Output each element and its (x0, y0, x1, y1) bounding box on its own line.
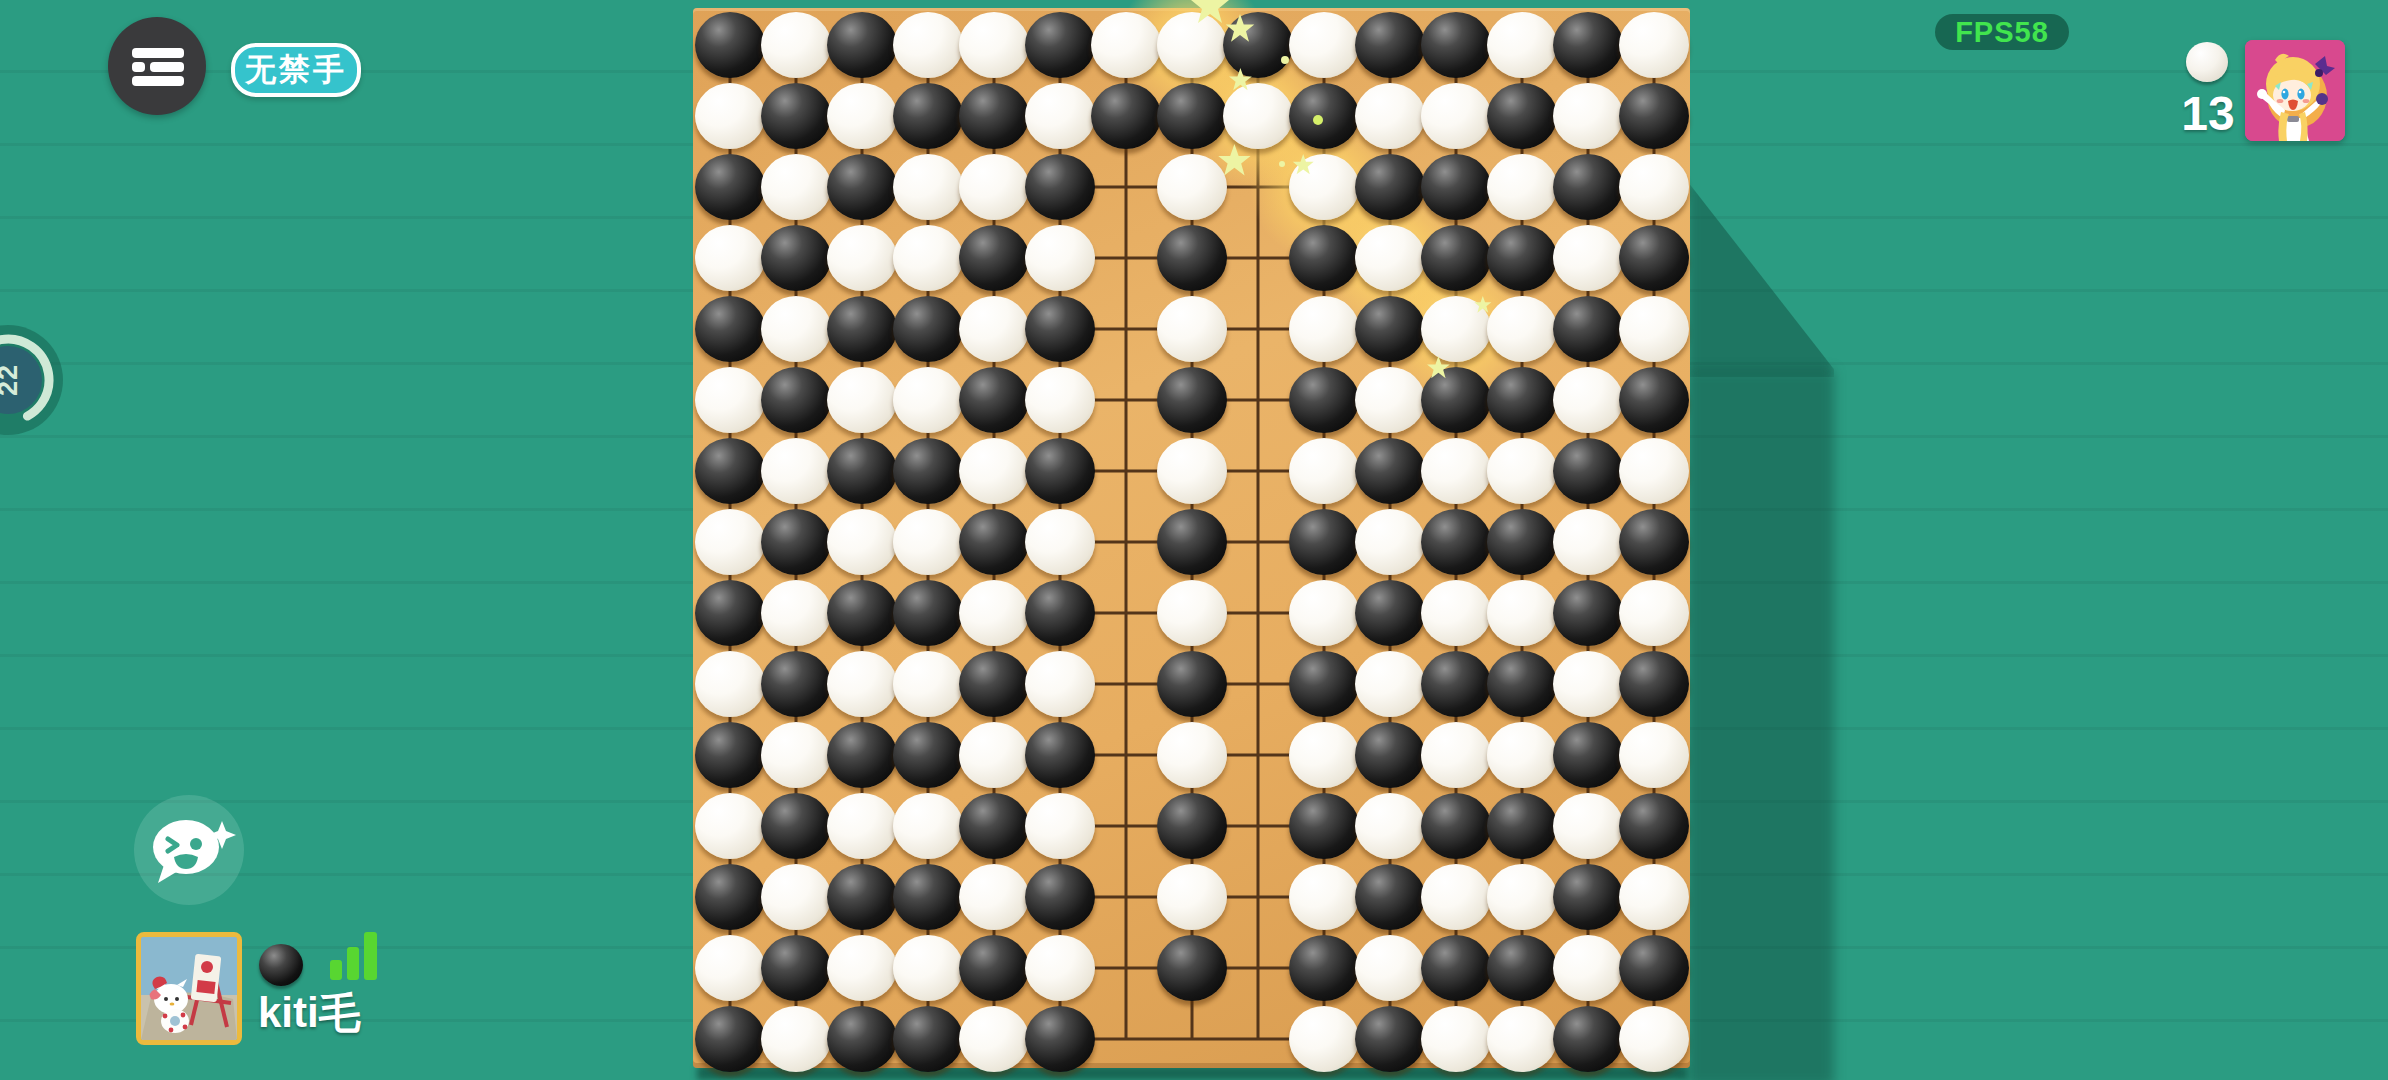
white-stone (893, 509, 963, 575)
signal-bars-icon (330, 960, 342, 980)
black-stone (827, 722, 897, 788)
black-stone (1025, 438, 1095, 504)
black-stone (761, 367, 831, 433)
white-stone (1553, 225, 1623, 291)
white-stone (1289, 12, 1359, 78)
white-stone (761, 580, 831, 646)
player-avatar[interactable] (136, 932, 242, 1045)
black-stone (1355, 580, 1425, 646)
opponent-avatar-art (2245, 40, 2345, 141)
white-stone (1619, 1006, 1689, 1072)
black-stone (1487, 651, 1557, 717)
white-stone (1487, 722, 1557, 788)
black-stone (695, 1006, 765, 1072)
white-stone (695, 935, 765, 1001)
winking-chat-bubble-icon (134, 795, 244, 905)
white-stone (959, 1006, 1029, 1072)
black-stone (1289, 793, 1359, 859)
white-stone (1157, 864, 1227, 930)
black-stone (1487, 225, 1557, 291)
black-stone (893, 864, 963, 930)
white-stone (827, 367, 897, 433)
hamburger-icon (132, 76, 184, 86)
black-stone (827, 1006, 897, 1072)
black-stone (761, 225, 831, 291)
white-stone (1289, 154, 1359, 220)
white-stone (1289, 296, 1359, 362)
white-stone (1025, 793, 1095, 859)
black-stone (827, 296, 897, 362)
black-stone (1487, 793, 1557, 859)
white-stone (1619, 438, 1689, 504)
white-stone (1487, 154, 1557, 220)
white-stone (1157, 580, 1227, 646)
white-stone (893, 12, 963, 78)
white-stone (959, 722, 1029, 788)
black-stone (1553, 296, 1623, 362)
black-stone (1289, 83, 1359, 149)
black-stone (761, 793, 831, 859)
white-stone (761, 1006, 831, 1072)
white-stone (1553, 793, 1623, 859)
white-stone (827, 935, 897, 1001)
white-stone (1025, 83, 1095, 149)
black-stone (893, 722, 963, 788)
white-stone (1619, 154, 1689, 220)
black-stone (1157, 935, 1227, 1001)
hamburger-icon (132, 62, 145, 72)
white-stone (1487, 296, 1557, 362)
white-stone-icon (2186, 42, 2228, 82)
white-stone (1421, 1006, 1491, 1072)
white-stone (1487, 864, 1557, 930)
black-stone (1421, 935, 1491, 1001)
black-stone (959, 225, 1029, 291)
white-stone (827, 225, 897, 291)
player-avatar-art (141, 937, 237, 1040)
black-stone (1619, 83, 1689, 149)
black-stone (959, 793, 1029, 859)
white-stone (1619, 864, 1689, 930)
black-stone (1355, 1006, 1425, 1072)
black-stone (893, 83, 963, 149)
signal-bars-icon (347, 947, 359, 980)
black-stone (761, 509, 831, 575)
black-stone (1619, 225, 1689, 291)
black-stone (827, 438, 897, 504)
black-stone (1025, 1006, 1095, 1072)
white-stone (1355, 83, 1425, 149)
white-stone (695, 367, 765, 433)
black-stone (1289, 651, 1359, 717)
black-stone (1289, 225, 1359, 291)
black-stone (1553, 154, 1623, 220)
black-stone (695, 438, 765, 504)
white-stone (1553, 935, 1623, 1001)
fps-indicator: FPS58 (1935, 14, 2069, 50)
black-stone (1025, 296, 1095, 362)
black-stone (1487, 509, 1557, 575)
black-stone (1025, 580, 1095, 646)
white-stone (1157, 12, 1227, 78)
black-stone (893, 1006, 963, 1072)
white-stone (1553, 367, 1623, 433)
white-stone (893, 154, 963, 220)
black-stone (959, 509, 1029, 575)
black-stone (1157, 225, 1227, 291)
black-stone (1355, 154, 1425, 220)
white-stone (695, 225, 765, 291)
black-stone (1157, 509, 1227, 575)
black-stone (1619, 793, 1689, 859)
hamburger-icon (150, 62, 184, 72)
black-stone (827, 154, 897, 220)
black-stone (1025, 722, 1095, 788)
white-stone (1157, 296, 1227, 362)
black-stone (959, 935, 1029, 1001)
white-stone (1157, 438, 1227, 504)
black-stone (1553, 722, 1623, 788)
black-stone (1421, 651, 1491, 717)
white-stone (1157, 154, 1227, 220)
black-stone (1421, 12, 1491, 78)
black-stone (1025, 12, 1095, 78)
black-stone (1553, 438, 1623, 504)
white-stone (1025, 651, 1095, 717)
black-stone (695, 296, 765, 362)
white-stone (1355, 225, 1425, 291)
black-stone (1553, 580, 1623, 646)
black-stone (959, 367, 1029, 433)
white-stone (761, 864, 831, 930)
black-stone (1619, 509, 1689, 575)
emote-button[interactable] (134, 795, 244, 905)
black-stone (1157, 793, 1227, 859)
black-stone (827, 864, 897, 930)
black-stone (1025, 864, 1095, 930)
black-stone (1355, 722, 1425, 788)
white-stone-count: 13 (2168, 86, 2248, 141)
signal-bars-icon (364, 932, 377, 980)
white-stone (1487, 580, 1557, 646)
black-stone (1091, 83, 1161, 149)
black-stone (1289, 935, 1359, 1001)
white-stone (827, 793, 897, 859)
turn-timer-seconds: 22 (0, 320, 68, 440)
black-stone (1487, 83, 1557, 149)
black-stone (1157, 83, 1227, 149)
white-stone (1421, 864, 1491, 930)
white-stone (1355, 651, 1425, 717)
board-shadow (1688, 370, 1834, 1080)
white-stone (1553, 509, 1623, 575)
white-stone (695, 651, 765, 717)
white-stone (761, 296, 831, 362)
board-shadow (1688, 182, 1834, 377)
black-stone (1553, 12, 1623, 78)
black-stone (1421, 509, 1491, 575)
black-stone (1355, 296, 1425, 362)
white-stone (1421, 296, 1491, 362)
black-stone (761, 935, 831, 1001)
white-stone (1421, 580, 1491, 646)
white-stone (1025, 367, 1095, 433)
white-stone (1355, 793, 1425, 859)
white-stone (1289, 864, 1359, 930)
player-stone-black-icon (259, 944, 303, 986)
white-stone (1289, 438, 1359, 504)
game-screen: 无禁手 FPS58 13 (0, 0, 2388, 1080)
white-stone (893, 935, 963, 1001)
white-stone (1421, 722, 1491, 788)
white-stone (1355, 367, 1425, 433)
white-stone (827, 509, 897, 575)
white-stone (1355, 935, 1425, 1001)
white-stone (1289, 722, 1359, 788)
black-stone (1355, 438, 1425, 504)
white-stone (827, 651, 897, 717)
white-stone (893, 225, 963, 291)
white-stone (761, 154, 831, 220)
black-stone (1355, 12, 1425, 78)
black-stone (1025, 154, 1095, 220)
rule-badge: 无禁手 (231, 43, 361, 97)
white-stone (1619, 296, 1689, 362)
black-stone (695, 154, 765, 220)
black-stone (1487, 935, 1557, 1001)
white-stone (1553, 83, 1623, 149)
gomoku-board[interactable] (693, 8, 1690, 1068)
hamburger-icon (132, 48, 184, 58)
black-stone (893, 438, 963, 504)
white-stone (1487, 438, 1557, 504)
opponent-avatar[interactable] (2245, 40, 2345, 141)
black-stone (1619, 651, 1689, 717)
white-stone (1619, 580, 1689, 646)
white-stone (1025, 935, 1095, 1001)
white-stone (1025, 225, 1095, 291)
white-stone (959, 580, 1029, 646)
white-stone (959, 154, 1029, 220)
black-stone (959, 651, 1029, 717)
black-stone (761, 83, 831, 149)
black-stone (1421, 225, 1491, 291)
black-stone (827, 580, 897, 646)
white-stone (893, 367, 963, 433)
menu-button[interactable] (108, 17, 206, 115)
black-stone (1355, 864, 1425, 930)
black-stone (893, 296, 963, 362)
white-stone (1487, 12, 1557, 78)
white-stone (1619, 722, 1689, 788)
black-stone (1157, 651, 1227, 717)
white-stone (959, 864, 1029, 930)
black-stone (761, 651, 831, 717)
white-stone (1421, 83, 1491, 149)
black-stone (695, 722, 765, 788)
black-stone (893, 580, 963, 646)
white-stone (761, 12, 831, 78)
white-stone (1355, 509, 1425, 575)
white-stone (761, 438, 831, 504)
black-stone (695, 580, 765, 646)
black-stone (695, 864, 765, 930)
black-stone (1223, 12, 1293, 78)
white-stone (1157, 722, 1227, 788)
black-stone (959, 83, 1029, 149)
rule-badge-label: 无禁手 (245, 49, 347, 91)
black-stone (1553, 864, 1623, 930)
player-name: kiti毛 (258, 985, 478, 1041)
black-stone (1421, 793, 1491, 859)
white-stone (1223, 83, 1293, 149)
white-stone (893, 651, 963, 717)
black-stone (1619, 367, 1689, 433)
white-stone (695, 793, 765, 859)
white-stone (695, 509, 765, 575)
white-stone (959, 438, 1029, 504)
fps-label: FPS58 (1955, 16, 2049, 49)
white-stone (1553, 651, 1623, 717)
white-stone (695, 83, 765, 149)
white-stone (1091, 12, 1161, 78)
white-stone (1289, 580, 1359, 646)
black-stone (1289, 367, 1359, 433)
black-stone (1487, 367, 1557, 433)
white-stone (1421, 438, 1491, 504)
black-stone (1289, 509, 1359, 575)
white-stone (1289, 1006, 1359, 1072)
white-stone (1619, 12, 1689, 78)
black-stone (1421, 154, 1491, 220)
black-stone (1619, 935, 1689, 1001)
white-stone (827, 83, 897, 149)
white-stone (1025, 509, 1095, 575)
white-stone (761, 722, 831, 788)
white-stone (893, 793, 963, 859)
black-stone (1421, 367, 1491, 433)
white-stone (1487, 1006, 1557, 1072)
black-stone (1553, 1006, 1623, 1072)
black-stone (827, 12, 897, 78)
black-stone (695, 12, 765, 78)
black-stone (1157, 367, 1227, 433)
white-stone (959, 296, 1029, 362)
white-stone (959, 12, 1029, 78)
